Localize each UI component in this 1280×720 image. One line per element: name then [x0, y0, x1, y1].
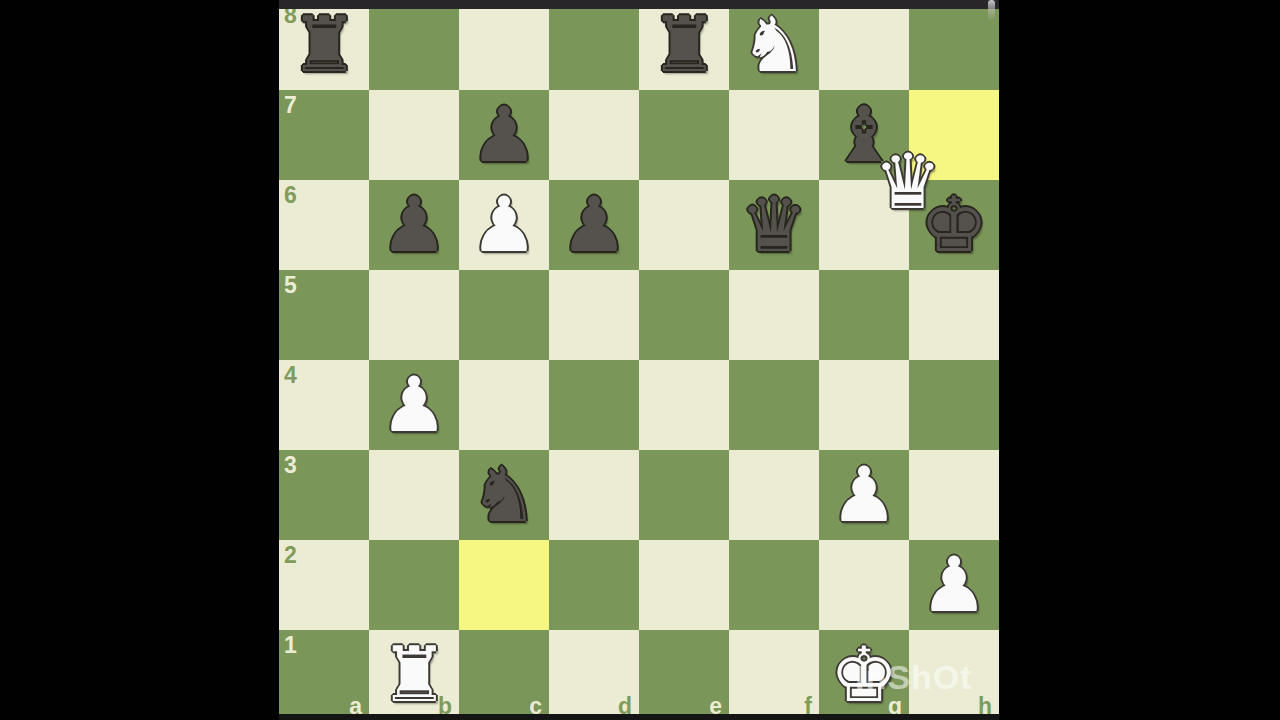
square-d2[interactable] [549, 540, 639, 630]
square-c5[interactable] [459, 270, 549, 360]
square-e2[interactable] [639, 540, 729, 630]
square-f1[interactable]: f [729, 630, 819, 720]
square-g8[interactable] [819, 0, 909, 90]
inshot-watermark: InShOt [855, 658, 972, 697]
rank-label-7: 7 [284, 92, 297, 119]
piece-white-queen-animating[interactable]: ♛ [863, 137, 953, 227]
square-a5[interactable]: 5 [279, 270, 369, 360]
video-frame: 8♜♜♞7♟♝6♟♟♟♛♚54♟3♞♟2♟1ab♜cdefg♚h ♛ InShO… [0, 0, 1280, 720]
piece-black-queen[interactable]: ♛ [729, 180, 819, 270]
square-g3[interactable]: ♟ [819, 450, 909, 540]
square-f3[interactable] [729, 450, 819, 540]
square-b2[interactable] [369, 540, 459, 630]
rank-label-1: 1 [284, 632, 297, 659]
square-f8[interactable]: ♞ [729, 0, 819, 90]
square-e3[interactable] [639, 450, 729, 540]
square-e6[interactable] [639, 180, 729, 270]
square-a7[interactable]: 7 [279, 90, 369, 180]
piece-white-pawn[interactable]: ♟ [819, 450, 909, 540]
rank-label-2: 2 [284, 542, 297, 569]
square-f2[interactable] [729, 540, 819, 630]
piece-black-rook[interactable]: ♜ [279, 0, 369, 90]
square-e4[interactable] [639, 360, 729, 450]
square-b3[interactable] [369, 450, 459, 540]
square-a1[interactable]: 1a [279, 630, 369, 720]
square-g4[interactable] [819, 360, 909, 450]
piece-white-pawn[interactable]: ♟ [459, 180, 549, 270]
square-a3[interactable]: 3 [279, 450, 369, 540]
square-f5[interactable] [729, 270, 819, 360]
square-f6[interactable]: ♛ [729, 180, 819, 270]
square-b8[interactable] [369, 0, 459, 90]
piece-white-rook[interactable]: ♜ [369, 630, 459, 720]
piece-white-knight[interactable]: ♞ [729, 0, 819, 90]
rank-label-3: 3 [284, 452, 297, 479]
square-d5[interactable] [549, 270, 639, 360]
square-h5[interactable] [909, 270, 999, 360]
square-d8[interactable] [549, 0, 639, 90]
square-b5[interactable] [369, 270, 459, 360]
piece-black-knight[interactable]: ♞ [459, 450, 549, 540]
square-a6[interactable]: 6 [279, 180, 369, 270]
square-d7[interactable] [549, 90, 639, 180]
square-c7[interactable]: ♟ [459, 90, 549, 180]
square-d1[interactable]: d [549, 630, 639, 720]
piece-black-pawn[interactable]: ♟ [549, 180, 639, 270]
square-c1[interactable]: c [459, 630, 549, 720]
top-crop-bar [279, 0, 999, 9]
square-b6[interactable]: ♟ [369, 180, 459, 270]
piece-black-pawn[interactable]: ♟ [369, 180, 459, 270]
rank-label-6: 6 [284, 182, 297, 209]
square-g2[interactable] [819, 540, 909, 630]
square-c6[interactable]: ♟ [459, 180, 549, 270]
square-h4[interactable] [909, 360, 999, 450]
rank-label-4: 4 [284, 362, 297, 389]
square-h3[interactable] [909, 450, 999, 540]
square-a4[interactable]: 4 [279, 360, 369, 450]
square-c8[interactable] [459, 0, 549, 90]
square-d3[interactable] [549, 450, 639, 540]
square-h2[interactable]: ♟ [909, 540, 999, 630]
piece-black-pawn[interactable]: ♟ [459, 90, 549, 180]
chess-board: 8♜♜♞7♟♝6♟♟♟♛♚54♟3♞♟2♟1ab♜cdefg♚h [279, 0, 999, 720]
square-f4[interactable] [729, 360, 819, 450]
piece-white-pawn[interactable]: ♟ [909, 540, 999, 630]
square-b1[interactable]: b♜ [369, 630, 459, 720]
square-b4[interactable]: ♟ [369, 360, 459, 450]
square-a8[interactable]: 8♜ [279, 0, 369, 90]
square-a2[interactable]: 2 [279, 540, 369, 630]
square-h8[interactable] [909, 0, 999, 90]
square-g5[interactable] [819, 270, 909, 360]
bottom-crop-bar [279, 714, 999, 720]
square-e7[interactable] [639, 90, 729, 180]
square-c3[interactable]: ♞ [459, 450, 549, 540]
piece-white-pawn[interactable]: ♟ [369, 360, 459, 450]
square-e5[interactable] [639, 270, 729, 360]
square-b7[interactable] [369, 90, 459, 180]
rank-label-5: 5 [284, 272, 297, 299]
animating-piece-slot: ♛ [863, 137, 953, 227]
square-f7[interactable] [729, 90, 819, 180]
square-c4[interactable] [459, 360, 549, 450]
piece-black-rook[interactable]: ♜ [639, 0, 729, 90]
square-e8[interactable]: ♜ [639, 0, 729, 90]
square-d6[interactable]: ♟ [549, 180, 639, 270]
square-d4[interactable] [549, 360, 639, 450]
scrollbar-thumb [988, 0, 995, 21]
square-c2[interactable] [459, 540, 549, 630]
square-e1[interactable]: e [639, 630, 729, 720]
